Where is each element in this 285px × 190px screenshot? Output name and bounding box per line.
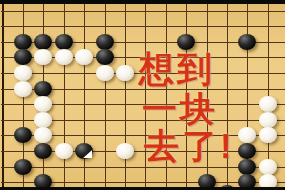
black-stone [14,49,32,65]
white-stone [14,65,32,81]
white-stone [238,127,256,143]
black-stone [14,127,32,143]
caption-line-2: 一块 [142,91,218,127]
video-frame: 想到 一块 去了! [0,0,285,190]
grid-line-horizontal [1,11,285,12]
caption-line-1: 想到 [139,51,215,87]
grid-line-vertical [64,4,65,187]
white-stone [259,127,277,143]
grid-line-vertical [84,4,85,187]
black-stone [55,34,73,50]
grid-line-vertical [125,4,126,187]
white-stone [259,96,277,112]
white-stone [96,65,114,81]
black-stone [96,49,114,65]
last-move-triangle-marker [83,150,92,158]
black-stone [177,34,195,50]
white-stone [14,81,32,97]
white-stone [116,65,134,81]
black-stone [238,34,256,50]
white-stone [259,159,277,175]
black-stone [238,159,256,175]
white-stone [55,143,73,159]
black-stone [14,159,32,175]
black-stone [34,81,52,97]
white-stone [34,49,52,65]
letterbox-top [0,0,285,4]
white-stone [259,112,277,128]
letterbox-bottom [0,187,285,190]
black-stone [96,34,114,50]
caption-line-3: 去了! [144,128,235,164]
white-stone [34,127,52,143]
grid-line-horizontal [1,26,285,27]
white-stone [116,143,134,159]
grid-line-vertical [105,4,106,187]
white-stone [34,112,52,128]
black-stone [238,143,256,159]
white-stone [34,96,52,112]
white-stone [55,49,73,65]
black-stone [75,143,93,159]
black-stone [34,143,52,159]
white-stone [75,49,93,65]
black-stone [14,34,32,50]
grid-line-vertical [2,4,4,187]
black-stone [34,34,52,50]
